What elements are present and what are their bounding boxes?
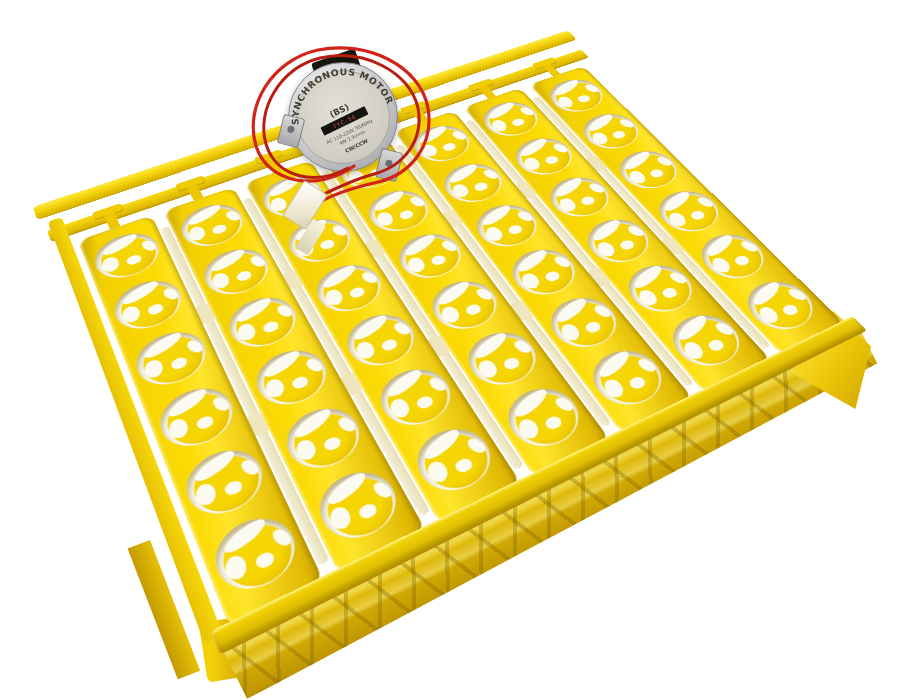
egg-hole	[390, 227, 472, 286]
egg-hole	[406, 419, 503, 502]
egg-hole	[177, 439, 272, 525]
product-photo: SYNCHRONOUS MOTOR (BS) TYC-50 AC 110-120…	[0, 0, 912, 700]
egg-hole	[152, 379, 242, 457]
egg-hole	[370, 360, 462, 435]
egg-hole	[308, 257, 391, 320]
egg-hole	[108, 273, 189, 338]
egg-hole	[129, 323, 214, 394]
egg-hole	[206, 507, 307, 603]
egg-hole	[405, 120, 479, 168]
egg-hole	[360, 184, 438, 239]
egg-hole	[248, 341, 337, 414]
motor-label: SYNCHRONOUS MOTOR (BS) TYC-50 AC 110-120…	[282, 56, 402, 176]
egg-hole	[88, 226, 166, 285]
egg-hole	[221, 289, 305, 356]
egg-hole	[277, 398, 370, 479]
egg-hole	[174, 197, 251, 253]
egg-hole	[337, 306, 424, 375]
egg-hole	[309, 461, 408, 550]
egg-hole	[197, 241, 277, 302]
